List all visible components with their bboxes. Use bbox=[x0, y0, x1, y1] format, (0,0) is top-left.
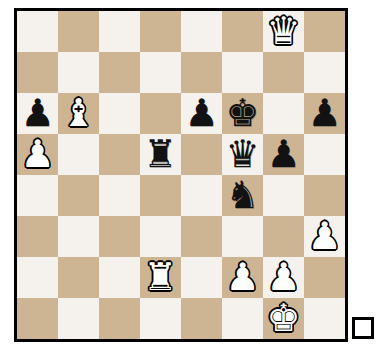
square-f3[interactable] bbox=[222, 216, 263, 257]
square-d7[interactable] bbox=[140, 52, 181, 93]
black-knight: ♞ bbox=[225, 176, 259, 214]
chess-board: ♛♟♝♟♚♟♟♜♛♟♞♟♜♟♟♚ bbox=[14, 8, 348, 342]
black-pawn: ♟ bbox=[184, 94, 218, 132]
square-b4[interactable] bbox=[58, 175, 99, 216]
square-a6[interactable]: ♟ bbox=[17, 93, 58, 134]
white-king: ♚ bbox=[266, 299, 300, 337]
square-a3[interactable] bbox=[17, 216, 58, 257]
square-b1[interactable] bbox=[58, 298, 99, 339]
white-bishop: ♝ bbox=[61, 94, 95, 132]
square-a2[interactable] bbox=[17, 257, 58, 298]
square-g8[interactable]: ♛ bbox=[263, 11, 304, 52]
square-g4[interactable] bbox=[263, 175, 304, 216]
white-pawn: ♟ bbox=[225, 258, 259, 296]
square-d8[interactable] bbox=[140, 11, 181, 52]
square-f2[interactable]: ♟ bbox=[222, 257, 263, 298]
square-h1[interactable] bbox=[304, 298, 345, 339]
square-f7[interactable] bbox=[222, 52, 263, 93]
square-d1[interactable] bbox=[140, 298, 181, 339]
black-pawn: ♟ bbox=[20, 94, 54, 132]
square-h3[interactable]: ♟ bbox=[304, 216, 345, 257]
square-e3[interactable] bbox=[181, 216, 222, 257]
square-f1[interactable] bbox=[222, 298, 263, 339]
square-a7[interactable] bbox=[17, 52, 58, 93]
square-a5[interactable]: ♟ bbox=[17, 134, 58, 175]
white-pawn: ♟ bbox=[307, 217, 341, 255]
black-rook: ♜ bbox=[143, 135, 177, 173]
square-g3[interactable] bbox=[263, 216, 304, 257]
square-a4[interactable] bbox=[17, 175, 58, 216]
square-b3[interactable] bbox=[58, 216, 99, 257]
square-f5[interactable]: ♛ bbox=[222, 134, 263, 175]
square-d2[interactable]: ♜ bbox=[140, 257, 181, 298]
square-h5[interactable] bbox=[304, 134, 345, 175]
white-queen: ♛ bbox=[266, 12, 300, 50]
black-queen: ♛ bbox=[225, 135, 259, 173]
square-d6[interactable] bbox=[140, 93, 181, 134]
square-f4[interactable]: ♞ bbox=[222, 175, 263, 216]
square-c5[interactable] bbox=[99, 134, 140, 175]
square-a1[interactable] bbox=[17, 298, 58, 339]
square-h6[interactable]: ♟ bbox=[304, 93, 345, 134]
square-h4[interactable] bbox=[304, 175, 345, 216]
square-h7[interactable] bbox=[304, 52, 345, 93]
square-e5[interactable] bbox=[181, 134, 222, 175]
square-g5[interactable]: ♟ bbox=[263, 134, 304, 175]
square-d3[interactable] bbox=[140, 216, 181, 257]
black-pawn: ♟ bbox=[266, 135, 300, 173]
side-to-move-indicator bbox=[352, 317, 374, 339]
square-c8[interactable] bbox=[99, 11, 140, 52]
square-a8[interactable] bbox=[17, 11, 58, 52]
square-e4[interactable] bbox=[181, 175, 222, 216]
white-pawn: ♟ bbox=[266, 258, 300, 296]
square-f6[interactable]: ♚ bbox=[222, 93, 263, 134]
square-e8[interactable] bbox=[181, 11, 222, 52]
square-b6[interactable]: ♝ bbox=[58, 93, 99, 134]
square-d5[interactable]: ♜ bbox=[140, 134, 181, 175]
square-d4[interactable] bbox=[140, 175, 181, 216]
square-e2[interactable] bbox=[181, 257, 222, 298]
square-e1[interactable] bbox=[181, 298, 222, 339]
chess-diagram: ♛♟♝♟♚♟♟♜♛♟♞♟♜♟♟♚ bbox=[0, 0, 380, 351]
square-c3[interactable] bbox=[99, 216, 140, 257]
square-b7[interactable] bbox=[58, 52, 99, 93]
square-e7[interactable] bbox=[181, 52, 222, 93]
square-f8[interactable] bbox=[222, 11, 263, 52]
black-pawn: ♟ bbox=[307, 94, 341, 132]
square-e6[interactable]: ♟ bbox=[181, 93, 222, 134]
square-c7[interactable] bbox=[99, 52, 140, 93]
white-rook: ♜ bbox=[143, 258, 177, 296]
square-c4[interactable] bbox=[99, 175, 140, 216]
square-g2[interactable]: ♟ bbox=[263, 257, 304, 298]
square-h2[interactable] bbox=[304, 257, 345, 298]
square-g6[interactable] bbox=[263, 93, 304, 134]
square-b5[interactable] bbox=[58, 134, 99, 175]
square-h8[interactable] bbox=[304, 11, 345, 52]
square-g1[interactable]: ♚ bbox=[263, 298, 304, 339]
black-king: ♚ bbox=[225, 94, 259, 132]
square-g7[interactable] bbox=[263, 52, 304, 93]
square-b8[interactable] bbox=[58, 11, 99, 52]
square-b2[interactable] bbox=[58, 257, 99, 298]
white-pawn: ♟ bbox=[20, 135, 54, 173]
square-c6[interactable] bbox=[99, 93, 140, 134]
square-c1[interactable] bbox=[99, 298, 140, 339]
square-c2[interactable] bbox=[99, 257, 140, 298]
